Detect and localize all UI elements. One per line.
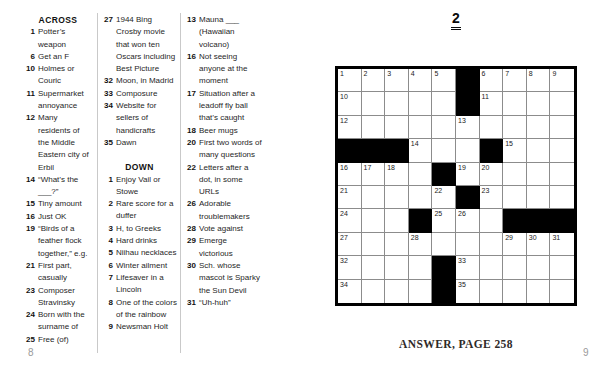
black-cell [338,139,362,162]
black-cell [432,280,456,303]
grid-cell[interactable] [432,139,456,162]
grid-cell[interactable] [550,280,574,303]
clue-number: 8 [102,297,113,322]
clue-text: 1944 Bing Crosby movie that won ten Osca… [116,14,177,75]
page-number-left: 8 [28,347,34,358]
clue-down-7: 7Lifesaver in a Lincoln [102,272,177,297]
clue-text: Dawn [116,137,177,149]
clue-across-33: 33Composure [102,88,177,100]
clue-text: Not seeing anyone at the moment [199,51,262,88]
clue-across-10: 10Holmes or Couric [24,63,92,88]
grid-cell[interactable]: 23 [480,186,504,209]
clue-across-25: 25Free (of) [24,334,92,346]
clue-text: Get an F [38,51,92,63]
cell-number: 16 [340,163,348,172]
grid-cell[interactable]: 12 [338,116,362,139]
black-cell [456,186,480,209]
black-cell [385,139,409,162]
clue-number: 10 [24,63,35,88]
clue-text: Enjoy Vail or Stowe [116,174,177,199]
grid-cell[interactable]: 14 [409,139,433,162]
grid-cell[interactable] [550,139,574,162]
cell-number: 29 [505,233,513,242]
grid-cell[interactable] [409,92,433,115]
grid-cell[interactable] [503,280,527,303]
grid-cell[interactable] [385,92,409,115]
clue-down-4: 4Hard drinks [102,235,177,247]
black-cell [503,209,527,232]
clue-down-5: 5Niihau necklaces [102,247,177,259]
clue-text: Just OK [38,211,92,223]
clue-across-19: 19“Birds of a feather flock together,” e… [24,223,92,260]
clue-text: Newsman Holt [116,321,177,333]
clue-number: 5 [102,247,113,259]
grid-cell[interactable] [480,116,504,139]
clue-number: 27 [102,14,113,75]
grid-cell[interactable]: 33 [456,256,480,279]
clue-across-21: 21First part, casually [24,260,92,285]
clue-text: Hard drinks [116,235,177,247]
grid-cell[interactable] [503,163,527,186]
cell-number: 28 [411,233,419,242]
column-divider [180,13,181,353]
grid-cell[interactable] [385,233,409,256]
grid-cell[interactable] [527,280,551,303]
grid-cell[interactable] [362,92,386,115]
cell-number: 1 [340,69,344,78]
clue-across-6: 6Get an F [24,51,92,63]
clue-text: Potter’s weapon [38,26,92,51]
clue-down-6: 6Winter ailment [102,260,177,272]
clue-number: 6 [24,51,35,63]
clue-across-24: 24Born with the surname of [24,309,92,334]
clue-down-8: 8One of the colors of the rainbow [102,297,177,322]
grid-cell[interactable] [456,139,480,162]
grid-cell[interactable] [527,163,551,186]
clue-across-15: 15Tiny amount [24,198,92,210]
clue-across-14: 14“What’s the ___?” [24,174,92,199]
clue-number: 21 [24,260,35,285]
clue-down-16: 16Not seeing anyone at the moment [185,51,262,88]
clue-down-26: 26Adorable troublemakers [185,198,262,223]
grid-cell[interactable]: 34 [338,280,362,303]
grid-cell[interactable]: 30 [527,233,551,256]
clue-number: 3 [102,223,113,235]
black-cell [409,209,433,232]
black-cell [432,256,456,279]
clue-down-28: 28Vote against [185,223,262,235]
grid-cell[interactable] [432,116,456,139]
cell-number: 4 [411,69,415,78]
clue-text: Moon, in Madrid [116,75,177,87]
grid-cell[interactable] [385,116,409,139]
grid-cell[interactable] [527,186,551,209]
grid-cell[interactable] [550,186,574,209]
grid-cell[interactable]: 1 [338,69,362,92]
grid-cell[interactable]: 9 [550,69,574,92]
grid-cell[interactable] [550,116,574,139]
cell-number: 17 [364,163,372,172]
clue-text: Holmes or Couric [38,63,92,88]
grid-cell[interactable]: 8 [527,69,551,92]
cell-number: 2 [364,69,368,78]
grid-cell[interactable] [503,186,527,209]
grid-cell[interactable] [550,92,574,115]
clue-text: Adorable troublemakers [199,198,262,223]
clue-number: 14 [24,174,35,199]
clue-number: 13 [185,14,196,51]
clue-number: 34 [102,100,113,137]
clue-down-18: 18Beer mugs [185,125,262,137]
grid-cell[interactable] [409,186,433,209]
grid-cell[interactable] [362,280,386,303]
clue-across-16: 16Just OK [24,211,92,223]
cell-number: 32 [340,256,348,265]
grid-cell[interactable]: 25 [432,209,456,232]
clue-text: First two words of many questions [199,137,262,162]
grid-cell[interactable]: 32 [338,256,362,279]
grid-cell[interactable] [527,92,551,115]
clue-text: One of the colors of the rainbow [116,297,177,322]
clues-section-header: ACROSS [24,14,92,26]
cell-number: 8 [529,69,533,78]
clue-number: 16 [24,211,35,223]
cell-number: 31 [552,233,560,242]
clue-number: 18 [185,125,196,137]
clue-text: Niihau necklaces [116,247,177,259]
grid-cell[interactable]: 3 [385,69,409,92]
clue-down-31: 31“Uh-huh” [185,297,262,309]
grid-cell[interactable] [362,209,386,232]
grid-cell[interactable]: 22 [432,186,456,209]
puzzle-number-wrap: 2 [335,9,577,30]
clue-across-34: 34Website for sellers of handicrafts [102,100,177,137]
grid-cell[interactable] [362,256,386,279]
grid-cell[interactable] [409,116,433,139]
clue-across-32: 32Moon, in Madrid [102,75,177,87]
column-divider [97,13,98,353]
clue-number: 17 [185,88,196,125]
clue-down-29: 29Emerge victorious [185,235,262,260]
cell-number: 11 [482,92,489,101]
cell-number: 20 [482,163,490,172]
clue-number: 2 [102,198,113,223]
clue-text: Free (of) [38,334,92,346]
black-cell [456,92,480,115]
grid-cell[interactable]: 19 [456,163,480,186]
clue-number: 19 [24,223,35,260]
grid-cell[interactable]: 31 [550,233,574,256]
clue-text: Website for sellers of handicrafts [116,100,177,137]
clue-down-3: 3H, to Greeks [102,223,177,235]
clue-text: Rare score for a duffer [116,198,177,223]
clue-number: 26 [185,198,196,223]
clue-number: 20 [185,137,196,162]
cell-number: 30 [529,233,537,242]
grid-cell[interactable]: 20 [480,163,504,186]
clue-number: 33 [102,88,113,100]
grid-cell[interactable] [503,92,527,115]
grid-cell[interactable]: 4 [409,69,433,92]
clue-number: 7 [102,272,113,297]
grid-cell[interactable] [409,256,433,279]
clue-number: 35 [102,137,113,149]
grid-cell[interactable] [480,280,504,303]
clue-text: Composer Stravinsky [38,285,92,310]
grid-cell[interactable] [385,186,409,209]
clue-across-27: 271944 Bing Crosby movie that won ten Os… [102,14,177,75]
clue-number: 28 [185,223,196,235]
clue-text: Tiny amount [38,198,92,210]
grid-cell[interactable] [362,233,386,256]
clue-text: First part, casually [38,260,92,285]
clue-text: Emerge victorious [199,235,262,260]
clue-number: 1 [24,26,35,51]
clue-down-9: 9Newsman Holt [102,321,177,333]
grid-cell[interactable] [409,280,433,303]
clue-number: 9 [102,321,113,333]
cell-number: 33 [458,256,466,265]
clue-number: 25 [24,334,35,346]
clue-text: H, to Greeks [116,223,177,235]
clue-down-13: 13Mauna ___ (Hawaiian volcano) [185,14,262,51]
black-cell [362,139,386,162]
clue-down-1: 1Enjoy Vail or Stowe [102,174,177,199]
clue-number: 11 [24,88,35,113]
clues-section-header: DOWN [102,161,177,173]
cell-number: 10 [340,92,348,101]
cell-number: 21 [340,186,348,195]
cell-number: 12 [340,116,348,125]
grid-cell[interactable] [480,256,504,279]
black-cell [480,139,504,162]
clue-number: 32 [102,75,113,87]
clue-number: 30 [185,260,196,297]
clue-text: Situation after a leadoff fly ball that’… [199,88,262,125]
clue-text: “Uh-huh” [199,297,262,309]
clue-number: 16 [185,51,196,88]
cell-number: 3 [387,69,391,78]
grid-cell[interactable]: 24 [338,209,362,232]
grid-cell[interactable] [385,209,409,232]
clue-number: 1 [102,174,113,199]
cell-number: 27 [340,233,348,242]
grid-cell[interactable] [550,163,574,186]
cell-number: 6 [482,69,486,78]
cell-number: 14 [411,139,419,148]
grid-cell[interactable]: 21 [338,186,362,209]
clue-across-12: 12Many residents of the Middle Eastern c… [24,112,92,173]
clue-down-17: 17Situation after a leadoff fly ball tha… [185,88,262,125]
clue-text: Composure [116,88,177,100]
grid-cell[interactable] [432,92,456,115]
puzzle-number: 2 [451,11,461,30]
clue-number: 12 [24,112,35,173]
clue-text: Born with the surname of [38,309,92,334]
grid-cell[interactable] [409,163,433,186]
cell-number: 18 [387,163,395,172]
grid-cell[interactable]: 2 [362,69,386,92]
clue-text: Sch. whose mascot is Sparky the Sun Devi… [199,260,262,297]
clue-across-11: 11Supermarket annoyance [24,88,92,113]
answer-note: ANSWER, PAGE 258 [335,338,577,350]
clue-down-22: 22Letters after a dot, in some URLs [185,162,262,199]
clue-text: Beer mugs [199,125,262,137]
grid-cell[interactable]: 28 [409,233,433,256]
cell-number: 25 [434,209,442,218]
grid-cell[interactable]: 27 [338,233,362,256]
grid-cell[interactable]: 15 [503,139,527,162]
cell-number: 7 [505,69,509,78]
clue-text: Many residents of the Middle Eastern cit… [38,112,92,173]
grid-cell[interactable] [527,256,551,279]
crossword-grid[interactable]: 1234567891011121314151617181920212223242… [335,66,577,306]
cell-number: 19 [458,163,466,172]
clue-text: Mauna ___ (Hawaiian volcano) [199,14,262,51]
clue-number: 4 [102,235,113,247]
grid-cell[interactable] [385,256,409,279]
clue-down-20: 20First two words of many questions [185,137,262,162]
clue-text: Supermarket annoyance [38,88,92,113]
grid-cell[interactable]: 29 [503,233,527,256]
grid-cell[interactable]: 13 [456,116,480,139]
grid-cell[interactable] [527,139,551,162]
grid-cell[interactable] [480,209,504,232]
clue-text: Lifesaver in a Lincoln [116,272,177,297]
cell-number: 9 [552,69,556,78]
clue-text: “Birds of a feather flock together,” e.g… [38,223,92,260]
clue-number: 6 [102,260,113,272]
grid-cell[interactable] [456,233,480,256]
cell-number: 13 [458,116,466,125]
cell-number: 35 [458,280,466,289]
grid-cell[interactable]: 35 [456,280,480,303]
cell-number: 34 [340,280,348,289]
cell-number: 22 [434,186,442,195]
grid-cell[interactable] [432,233,456,256]
cell-number: 15 [505,139,513,148]
clue-across-35: 35Dawn [102,137,177,149]
grid-cell[interactable]: 18 [385,163,409,186]
grid-cell[interactable]: 7 [503,69,527,92]
grid-cell[interactable] [385,280,409,303]
grid-cell[interactable] [503,116,527,139]
black-cell [550,209,574,232]
clue-number: 22 [185,162,196,199]
grid-cell[interactable]: 17 [362,163,386,186]
grid-cell[interactable]: 16 [338,163,362,186]
clue-text: Letters after a dot, in some URLs [199,162,262,199]
clue-column-2: 271944 Bing Crosby movie that won ten Os… [102,14,177,333]
grid-cell[interactable] [362,186,386,209]
grid-cell[interactable]: 10 [338,92,362,115]
clue-number: 24 [24,309,35,334]
page-number-right: 9 [583,347,589,358]
clue-text: Winter ailment [116,260,177,272]
clue-across-23: 23Composer Stravinsky [24,285,92,310]
grid-cell[interactable] [480,233,504,256]
cell-number: 23 [482,186,490,195]
clue-text: “What’s the ___?” [38,174,92,199]
clue-number: 31 [185,297,196,309]
clue-column-1: ACROSS1Potter’s weapon6Get an F10Holmes … [24,14,92,346]
clue-column-3: 13Mauna ___ (Hawaiian volcano)16Not seei… [185,14,262,309]
clue-down-30: 30Sch. whose mascot is Sparky the Sun De… [185,260,262,297]
cell-number: 5 [434,69,438,78]
black-cell [432,163,456,186]
grid-cell[interactable] [550,256,574,279]
clue-across-1: 1Potter’s weapon [24,26,92,51]
clue-down-2: 2Rare score for a duffer [102,198,177,223]
cell-number: 24 [340,209,348,218]
cell-number: 26 [458,209,466,218]
clue-text: Vote against [199,223,262,235]
grid-cell[interactable] [362,116,386,139]
clue-number: 23 [24,285,35,310]
grid-cell[interactable]: 6 [480,69,504,92]
clue-number: 15 [24,198,35,210]
grid-cell[interactable]: 11 [480,92,504,115]
grid-cell[interactable]: 26 [456,209,480,232]
black-cell [456,69,480,92]
book-spread: ACROSS1Potter’s weapon6Get an F10Holmes … [0,0,600,375]
grid-cell[interactable] [503,256,527,279]
black-cell [527,209,551,232]
clue-number: 29 [185,235,196,260]
grid-cell[interactable] [527,116,551,139]
grid-cell[interactable]: 5 [432,69,456,92]
